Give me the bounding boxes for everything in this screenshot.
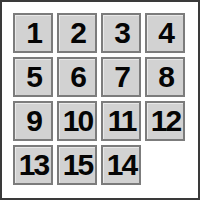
tile-8[interactable]: 8 [145, 57, 185, 97]
tile-7[interactable]: 7 [101, 57, 141, 97]
empty-cell [145, 145, 185, 185]
tile-10[interactable]: 10 [57, 101, 97, 141]
tile-11[interactable]: 11 [101, 101, 141, 141]
tile-4[interactable]: 4 [145, 13, 185, 53]
tile-13[interactable]: 13 [13, 145, 53, 185]
tile-1[interactable]: 1 [13, 13, 53, 53]
tile-3[interactable]: 3 [101, 13, 141, 53]
tile-5[interactable]: 5 [13, 57, 53, 97]
puzzle-frame: 123456789101112131514 [0, 0, 200, 200]
tile-12[interactable]: 12 [145, 101, 185, 141]
tile-6[interactable]: 6 [57, 57, 97, 97]
fifteen-puzzle-board: 123456789101112131514 [13, 13, 185, 185]
tile-14[interactable]: 14 [101, 145, 141, 185]
tile-2[interactable]: 2 [57, 13, 97, 53]
tile-9[interactable]: 9 [13, 101, 53, 141]
tile-15[interactable]: 15 [57, 145, 97, 185]
